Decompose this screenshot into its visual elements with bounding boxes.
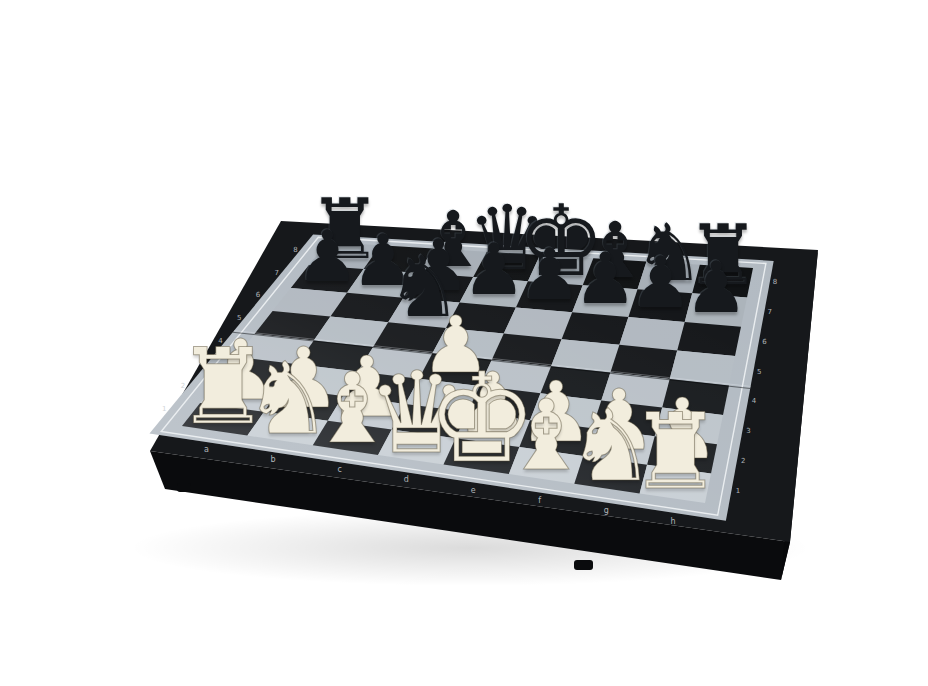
file-label-near-c: c xyxy=(338,465,342,474)
rank-label-right-3: 3 xyxy=(746,427,750,435)
rank-label-right-6: 6 xyxy=(762,338,767,346)
piece-black-pawn-g7[interactable]: ♟ xyxy=(629,249,693,320)
product-photo-stage: abcdefgh8765432187654321 ♜♝♛♚♝♞♜♟♟♟♟♟♟♟♟… xyxy=(0,0,928,686)
piece-black-pawn-f7[interactable]: ♟ xyxy=(573,244,637,315)
box-foot-right xyxy=(574,560,593,570)
piece-white-rook-h1[interactable]: ♜ xyxy=(629,400,723,505)
rank-label-right-4: 4 xyxy=(752,397,757,405)
piece-black-pawn-d7[interactable]: ♟ xyxy=(462,235,526,306)
box-foot-left xyxy=(177,483,191,492)
rank-label-right-7: 7 xyxy=(768,308,772,316)
rank-label-right-8: 8 xyxy=(773,278,777,286)
rank-label-right-2: 2 xyxy=(741,457,745,465)
file-label-near-f: f xyxy=(538,496,541,505)
rank-label-left-6: 6 xyxy=(256,291,261,299)
rank-label-left-1: 1 xyxy=(162,405,166,413)
file-label-near-b: b xyxy=(271,455,276,464)
rank-label-right-5: 5 xyxy=(757,368,761,376)
file-label-near-g: g xyxy=(604,506,609,515)
file-label-near-h: h xyxy=(670,517,675,526)
piece-black-pawn-h7[interactable]: ♟ xyxy=(684,253,748,324)
piece-black-pawn-a7[interactable]: ♟ xyxy=(296,222,360,293)
rank-label-right-1: 1 xyxy=(736,487,740,495)
rank-label-left-7: 7 xyxy=(274,269,278,277)
piece-black-pawn-e7[interactable]: ♟ xyxy=(518,240,582,311)
